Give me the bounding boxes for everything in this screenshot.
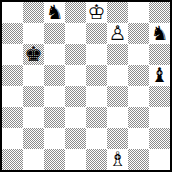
board-grid: ♞♔♙♞♚♝♗ [2,2,170,170]
square-g3[interactable] [128,107,149,128]
square-e4[interactable] [86,86,107,107]
square-a5[interactable] [2,65,23,86]
square-g8[interactable] [128,2,149,23]
square-c8[interactable]: ♞ [44,2,65,23]
square-a8[interactable] [2,2,23,23]
square-d7[interactable] [65,23,86,44]
square-d8[interactable] [65,2,86,23]
square-b5[interactable] [23,65,44,86]
square-f1[interactable]: ♗ [107,149,128,170]
square-c2[interactable] [44,128,65,149]
square-f8[interactable] [107,2,128,23]
square-b6[interactable]: ♚ [23,44,44,65]
square-e5[interactable] [86,65,107,86]
square-h8[interactable] [149,2,170,23]
square-h4[interactable] [149,86,170,107]
square-c6[interactable] [44,44,65,65]
square-e2[interactable] [86,128,107,149]
square-g2[interactable] [128,128,149,149]
square-g4[interactable] [128,86,149,107]
square-d5[interactable] [65,65,86,86]
square-a7[interactable] [2,23,23,44]
square-d2[interactable] [65,128,86,149]
square-g7[interactable] [128,23,149,44]
piece-black-knight[interactable]: ♞ [151,23,169,44]
square-g6[interactable] [128,44,149,65]
square-a6[interactable] [2,44,23,65]
square-g1[interactable] [128,149,149,170]
square-e7[interactable] [86,23,107,44]
square-e8[interactable]: ♔ [86,2,107,23]
piece-black-knight[interactable]: ♞ [46,2,64,23]
square-d3[interactable] [65,107,86,128]
square-e3[interactable] [86,107,107,128]
square-f7[interactable]: ♙ [107,23,128,44]
square-h7[interactable]: ♞ [149,23,170,44]
square-h6[interactable] [149,44,170,65]
square-h2[interactable] [149,128,170,149]
square-e1[interactable] [86,149,107,170]
chess-board: ♞♔♙♞♚♝♗ [0,0,172,172]
square-c1[interactable] [44,149,65,170]
square-c5[interactable] [44,65,65,86]
piece-white-pawn[interactable]: ♙ [109,23,127,44]
square-a1[interactable] [2,149,23,170]
square-h3[interactable] [149,107,170,128]
piece-white-bishop[interactable]: ♗ [109,149,127,170]
square-b4[interactable] [23,86,44,107]
square-c4[interactable] [44,86,65,107]
piece-white-king[interactable]: ♔ [88,2,106,23]
square-b3[interactable] [23,107,44,128]
square-d4[interactable] [65,86,86,107]
square-b2[interactable] [23,128,44,149]
square-f6[interactable] [107,44,128,65]
square-b1[interactable] [23,149,44,170]
square-f4[interactable] [107,86,128,107]
square-h5[interactable]: ♝ [149,65,170,86]
square-e6[interactable] [86,44,107,65]
square-f3[interactable] [107,107,128,128]
piece-black-king[interactable]: ♚ [25,44,43,65]
square-b8[interactable] [23,2,44,23]
square-g5[interactable] [128,65,149,86]
square-a2[interactable] [2,128,23,149]
square-c3[interactable] [44,107,65,128]
piece-black-bishop[interactable]: ♝ [151,65,169,86]
square-d1[interactable] [65,149,86,170]
square-d6[interactable] [65,44,86,65]
square-a3[interactable] [2,107,23,128]
square-b7[interactable] [23,23,44,44]
square-a4[interactable] [2,86,23,107]
square-f2[interactable] [107,128,128,149]
square-f5[interactable] [107,65,128,86]
square-h1[interactable] [149,149,170,170]
square-c7[interactable] [44,23,65,44]
